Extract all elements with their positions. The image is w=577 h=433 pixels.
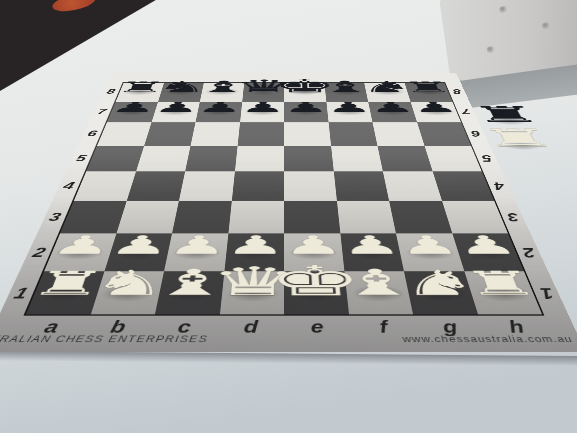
rank-label-left-6: 6 — [86, 129, 98, 137]
square-h3 — [442, 200, 508, 233]
file-label-b: b — [109, 319, 128, 336]
file-label-a: a — [42, 319, 61, 336]
square-h4 — [432, 171, 494, 200]
piece-black-pawn-c7-glyph: ♟ — [196, 100, 243, 114]
offboard-piece-black-rook-glyph: ♜ — [467, 104, 547, 126]
piece-white-pawn-c2-glyph: ♟ — [165, 232, 229, 257]
rank-label-left-5: 5 — [75, 154, 88, 163]
piece-black-rook-h8-glyph: ♜ — [400, 80, 454, 95]
square-d3 — [228, 200, 284, 233]
square-b6 — [144, 122, 196, 145]
website-text: www.chessaustralia.com.au — [402, 334, 575, 344]
square-e6 — [284, 122, 331, 145]
chess-mat: STRALIAN CHESS ENTERPRISES www.chessaust… — [0, 73, 577, 352]
square-d5 — [235, 146, 284, 172]
square-a6 — [97, 122, 151, 145]
rank-label-right-5: 5 — [480, 154, 493, 163]
piece-black-pawn-e7-glyph: ♟ — [283, 100, 328, 114]
piece-black-pawn-g7-glyph: ♟ — [368, 100, 416, 114]
file-label-e: e — [310, 319, 324, 336]
piece-black-pawn-d7-glyph: ♟ — [239, 100, 284, 114]
square-f4 — [333, 171, 389, 200]
piece-black-pawn-a7-glyph: ♟ — [108, 100, 158, 114]
piece-white-pawn-g2-glyph: ♟ — [395, 232, 462, 257]
square-b5 — [136, 146, 191, 172]
file-label-g: g — [441, 319, 460, 336]
piece-white-pawn-e2-glyph: ♟ — [283, 232, 344, 257]
rank-label-left-3: 3 — [47, 211, 63, 223]
rank-label-left-2: 2 — [31, 246, 48, 259]
square-b4 — [126, 171, 185, 200]
square-e3 — [284, 200, 340, 233]
rank-label-right-4: 4 — [492, 181, 506, 191]
piece-black-pawn-h7-glyph: ♟ — [410, 100, 460, 114]
piece-black-pawn-f7-glyph: ♟ — [325, 100, 372, 114]
square-c4 — [179, 171, 235, 200]
piece-white-pawn-f2-glyph: ♟ — [339, 232, 403, 257]
square-c6 — [191, 122, 240, 145]
square-d6 — [237, 122, 284, 145]
rank-label-left-7: 7 — [96, 108, 108, 115]
piece-white-pawn-b2-glyph: ♟ — [106, 232, 173, 257]
square-a5 — [86, 146, 144, 172]
square-c3 — [172, 200, 231, 233]
square-f6 — [328, 122, 377, 145]
piece-white-pawn-h2-glyph: ♟ — [452, 232, 521, 257]
square-f5 — [331, 146, 383, 172]
piece-black-pawn-b7-glyph: ♟ — [152, 100, 200, 114]
rank-label-left-4: 4 — [62, 181, 76, 191]
offboard-piece-white-rook-glyph: ♜ — [476, 126, 563, 151]
file-label-h: h — [506, 319, 526, 336]
piece-white-pawn-d2-glyph: ♟ — [224, 232, 285, 257]
file-label-f: f — [378, 319, 388, 336]
square-g6 — [373, 122, 425, 145]
square-d4 — [231, 171, 284, 200]
rank-label-right-2: 2 — [520, 246, 537, 259]
scene-3d: STRALIAN CHESS ENTERPRISES www.chessaust… — [0, 0, 577, 433]
square-f3 — [337, 200, 396, 233]
square-b3 — [116, 200, 179, 233]
square-h5 — [424, 146, 482, 172]
square-a4 — [74, 171, 136, 200]
file-label-c: c — [177, 319, 193, 336]
square-e4 — [284, 171, 337, 200]
rank-label-right-3: 3 — [505, 211, 521, 223]
file-label-d: d — [243, 319, 258, 336]
square-c5 — [185, 146, 237, 172]
photo-stage: STRALIAN CHESS ENTERPRISES www.chessaust… — [0, 0, 577, 433]
piece-white-pawn-a2-glyph: ♟ — [47, 232, 116, 257]
square-g5 — [377, 146, 432, 172]
piece-white-rook-h1-glyph: ♜ — [458, 267, 544, 300]
square-h6 — [417, 122, 471, 145]
square-e5 — [284, 146, 333, 172]
